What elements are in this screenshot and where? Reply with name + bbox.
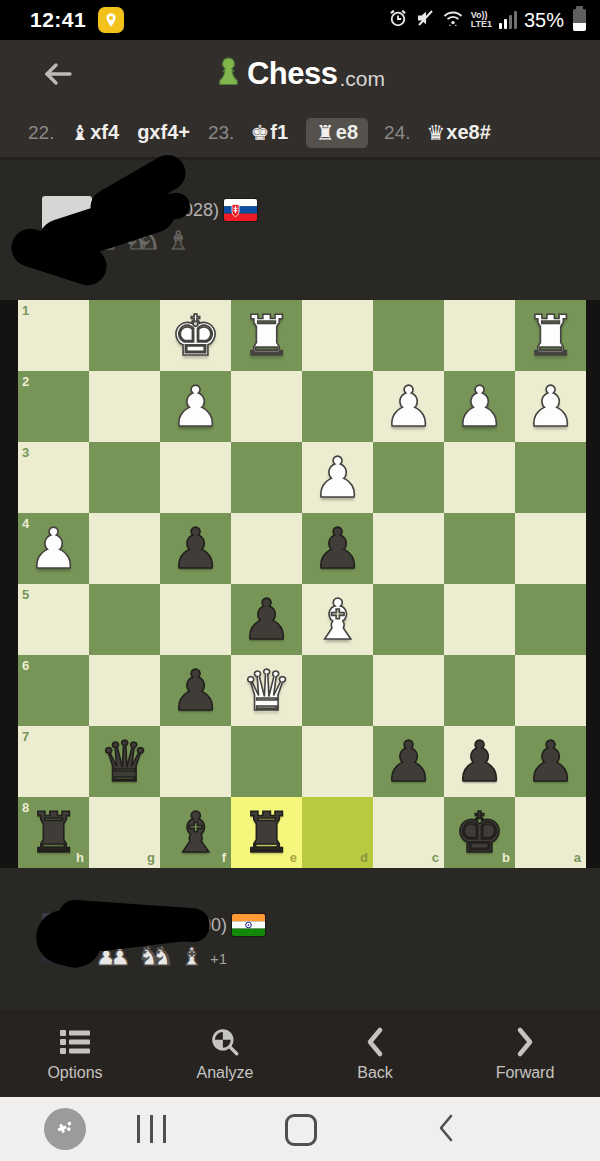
square-g2[interactable] [89,371,160,442]
square-c8[interactable]: c [373,797,444,868]
location-pin-app-icon [98,7,124,33]
white-queen[interactable]: ♛ [231,655,302,726]
square-g1[interactable] [89,300,160,371]
white-rook[interactable]: ♜ [231,300,302,371]
move-number: 22. [28,122,54,144]
square-f5[interactable] [160,584,231,655]
captured-white-pieces: ♝ [181,944,203,970]
file-label: d [360,850,368,865]
square-h1[interactable]: 1 [18,300,89,371]
options-button[interactable]: Options [15,1026,135,1082]
white-pawn[interactable]: ♟ [444,371,515,442]
square-e7[interactable] [231,726,302,797]
square-e2[interactable] [231,371,302,442]
figurine-icon: ♚ [250,121,269,145]
india-flag [232,914,265,936]
app-header: Chess .com [0,40,600,108]
figurine-icon: ♝ [70,121,89,145]
player-card-white: (1028) ♟♞♞♝ 6:08 [0,160,600,300]
square-a1[interactable]: ♜ [515,300,586,371]
move-number: 24. [384,122,410,144]
square-c1[interactable] [373,300,444,371]
slovakia-flag [224,199,257,221]
black-pawn[interactable]: ♟ [160,513,231,584]
square-f3[interactable] [160,442,231,513]
move[interactable]: ♚f1 [250,121,288,145]
back-label: Back [357,1064,393,1082]
square-a8[interactable]: a [515,797,586,868]
square-c3[interactable] [373,442,444,513]
alarm-icon [388,8,408,32]
captured-black-pieces: ♝ [167,228,189,254]
current-move[interactable]: ♜e8 [306,118,368,148]
square-e4[interactable] [231,513,302,584]
captured-white-pieces: ♞♞ [138,944,174,970]
volte-label: Vo))LTE1 [471,11,492,29]
bottom-nav: Options Analyze Back Forward [0,1010,600,1097]
square-d5[interactable]: ♝ [302,584,373,655]
square-h7[interactable]: 7 [18,726,89,797]
recents-icon[interactable] [137,1115,166,1143]
square-e3[interactable] [231,442,302,513]
black-king[interactable]: ♚ [444,797,515,868]
move[interactable]: ♝xf4 [70,121,119,145]
square-b6[interactable] [444,655,515,726]
square-f6[interactable]: ♟ [160,655,231,726]
square-h3[interactable]: 3 [18,442,89,513]
clock-time: 12:41 [30,8,86,32]
square-f4[interactable]: ♟ [160,513,231,584]
square-g7[interactable]: ♛ [89,726,160,797]
battery-icon [573,9,586,31]
black-pawn[interactable]: ♟ [231,584,302,655]
black-pawn[interactable]: ♟ [373,726,444,797]
black-pawn[interactable]: ♟ [515,726,586,797]
square-c6[interactable] [373,655,444,726]
square-c4[interactable] [373,513,444,584]
white-bishop[interactable]: ♝ [302,584,373,655]
move-list: 22.♝xf4gxf4+23.♚f1♜e824.♛xe8# [0,108,600,160]
square-h5[interactable]: 5 [18,584,89,655]
square-d7[interactable] [302,726,373,797]
square-b5[interactable] [444,584,515,655]
analyze-button[interactable]: Analyze [165,1026,285,1082]
square-g6[interactable] [89,655,160,726]
square-e8[interactable]: e♜ [231,797,302,868]
file-label: c [432,850,439,865]
square-b1[interactable] [444,300,515,371]
move-forward-button[interactable]: Forward [465,1026,585,1082]
square-h6[interactable]: 6 [18,655,89,726]
figurine-icon: ♛ [427,121,446,145]
square-e6[interactable]: ♛ [231,655,302,726]
square-e1[interactable]: ♜ [231,300,302,371]
square-a2[interactable]: ♟ [515,371,586,442]
home-icon[interactable] [285,1114,317,1146]
signal-bars-icon [499,11,517,29]
board-zone: 1♚♜♜2♟♟♟♟3♟4♟♟♟5♟♝6♟♛7♛♟♟♟8h♜gf♝e♜dcb♚a [0,300,600,868]
move-number: 23. [208,122,234,144]
square-g4[interactable] [89,513,160,584]
white-pawn[interactable]: ♟ [160,371,231,442]
square-c7[interactable]: ♟ [373,726,444,797]
figurine-icon: ♜ [316,121,335,145]
square-b2[interactable]: ♟ [444,371,515,442]
back-chevron-icon [365,1026,385,1058]
green-pawn-logo [215,54,242,94]
black-pawn[interactable]: ♟ [160,655,231,726]
rank-label: 5 [22,587,29,602]
square-d4[interactable]: ♟ [302,513,373,584]
rank-label: 2 [22,374,29,389]
logo-brand-text: Chess [247,56,338,92]
black-pawn[interactable]: ♟ [302,513,373,584]
square-d8[interactable]: d [302,797,373,868]
status-bar: 12:41 Vo))LTE1 35% [0,0,600,40]
file-label: g [147,850,155,865]
square-b8[interactable]: b♚ [444,797,515,868]
square-c2[interactable]: ♟ [373,371,444,442]
gamepad-icon[interactable] [44,1108,86,1150]
square-a3[interactable] [515,442,586,513]
back-arrow-icon[interactable] [42,58,76,90]
square-b3[interactable] [444,442,515,513]
square-g5[interactable] [89,584,160,655]
square-b4[interactable] [444,513,515,584]
square-f8[interactable]: f♝ [160,797,231,868]
square-h8[interactable]: 8h♜ [18,797,89,868]
forward-chevron-icon [515,1026,535,1058]
black-rook[interactable]: ♜ [18,797,89,868]
phone-screen: 12:41 Vo))LTE1 35% [0,0,600,1161]
move[interactable]: ♛xe8# [427,121,491,145]
square-f1[interactable]: ♚ [160,300,231,371]
battery-percent: 35% [524,9,564,32]
square-c5[interactable] [373,584,444,655]
white-pawn[interactable]: ♟ [373,371,444,442]
black-bishop[interactable]: ♝ [160,797,231,868]
move-back-button[interactable]: Back [315,1026,435,1082]
square-a4[interactable] [515,513,586,584]
forward-label: Forward [496,1064,555,1082]
square-a5[interactable] [515,584,586,655]
white-pawn[interactable]: ♟ [515,371,586,442]
rank-label: 6 [22,658,29,673]
white-rook[interactable]: ♜ [515,300,586,371]
square-g3[interactable] [89,442,160,513]
black-rook[interactable]: ♜ [231,797,302,868]
android-back-icon[interactable] [438,1113,454,1147]
square-d2[interactable] [302,371,373,442]
square-d6[interactable] [302,655,373,726]
chesscom-logo: Chess .com [0,54,600,94]
square-f7[interactable] [160,726,231,797]
square-h4[interactable]: 4♟ [18,513,89,584]
white-king[interactable]: ♚ [160,300,231,371]
logo-suffix-text: .com [340,67,386,94]
square-f2[interactable]: ♟ [160,371,231,442]
chess-board: 1♚♜♜2♟♟♟♟3♟4♟♟♟5♟♝6♟♛7♛♟♟♟8h♜gf♝e♜dcb♚a [18,300,586,868]
analyze-label: Analyze [197,1064,254,1082]
options-list-icon [59,1026,91,1058]
analyze-icon [209,1026,241,1058]
android-nav-bar [0,1097,600,1161]
square-d3[interactable]: ♟ [302,442,373,513]
square-e5[interactable]: ♟ [231,584,302,655]
file-label: a [574,850,581,865]
mute-icon [415,8,435,32]
square-d1[interactable] [302,300,373,371]
square-h2[interactable]: 2 [18,371,89,442]
wifi-icon [442,9,464,31]
square-b7[interactable]: ♟ [444,726,515,797]
white-pawn[interactable]: ♟ [18,513,89,584]
rank-label: 7 [22,729,29,744]
rank-label: 3 [22,445,29,460]
black-queen[interactable]: ♛ [89,726,160,797]
black-pawn[interactable]: ♟ [444,726,515,797]
options-label: Options [47,1064,102,1082]
player-card-black: (1000) ♟♟♞♞♝+1 6:28 [0,868,600,1010]
square-a6[interactable] [515,655,586,726]
rank-label: 1 [22,303,29,318]
square-a7[interactable]: ♟ [515,726,586,797]
material-advantage: +1 [210,950,227,970]
white-pawn[interactable]: ♟ [302,442,373,513]
move[interactable]: gxf4+ [137,121,190,144]
square-g8[interactable]: g [89,797,160,868]
